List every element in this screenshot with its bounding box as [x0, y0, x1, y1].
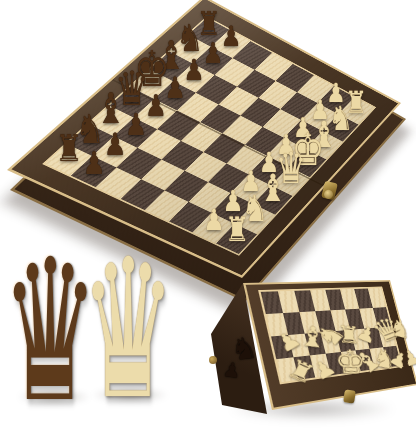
- piece-black-pawn-g7[interactable]: ♟: [202, 39, 223, 68]
- folded-piece-white-knight[interactable]: ♞: [388, 316, 412, 344]
- piece-black-pawn-b7[interactable]: ♟: [104, 129, 127, 160]
- featured-light-queen[interactable]: ♛: [81, 234, 176, 426]
- piece-black-pawn-d7[interactable]: ♟: [145, 91, 167, 121]
- piece-black-pawn-a7[interactable]: ♟: [82, 148, 105, 179]
- brass-knob-icon[interactable]: [209, 356, 217, 364]
- folded-brass-clasp-icon[interactable]: [343, 389, 356, 403]
- piece-black-pawn-f7[interactable]: ♟: [183, 56, 204, 85]
- piece-white-rook-a1[interactable]: ♜: [224, 213, 248, 246]
- piece-black-pawn-e7[interactable]: ♟: [164, 74, 186, 103]
- piece-black-rook-a8[interactable]: ♜: [55, 131, 82, 168]
- folded-board-inner-half: ♟♝♞♜♟♛♞♜♟♚♝♞♟♟: [243, 280, 416, 410]
- product-photo: ♛ ♛ ♞ ♟ ♟♝♞♜♟♛♞♜♟♚♝♞♟♟ ♜♞♝♛♚♝♞♜♟♟♟♟♟♟♟♟♟…: [0, 0, 416, 432]
- inside-dark-pawn-silhouette: ♟: [222, 359, 243, 381]
- folded-board: ♞ ♟ ♟♝♞♜♟♛♞♜♟♚♝♞♟♟: [203, 272, 416, 432]
- piece-white-pawn-a2[interactable]: ♟: [203, 206, 224, 235]
- piece-black-pawn-c7[interactable]: ♟: [124, 110, 146, 140]
